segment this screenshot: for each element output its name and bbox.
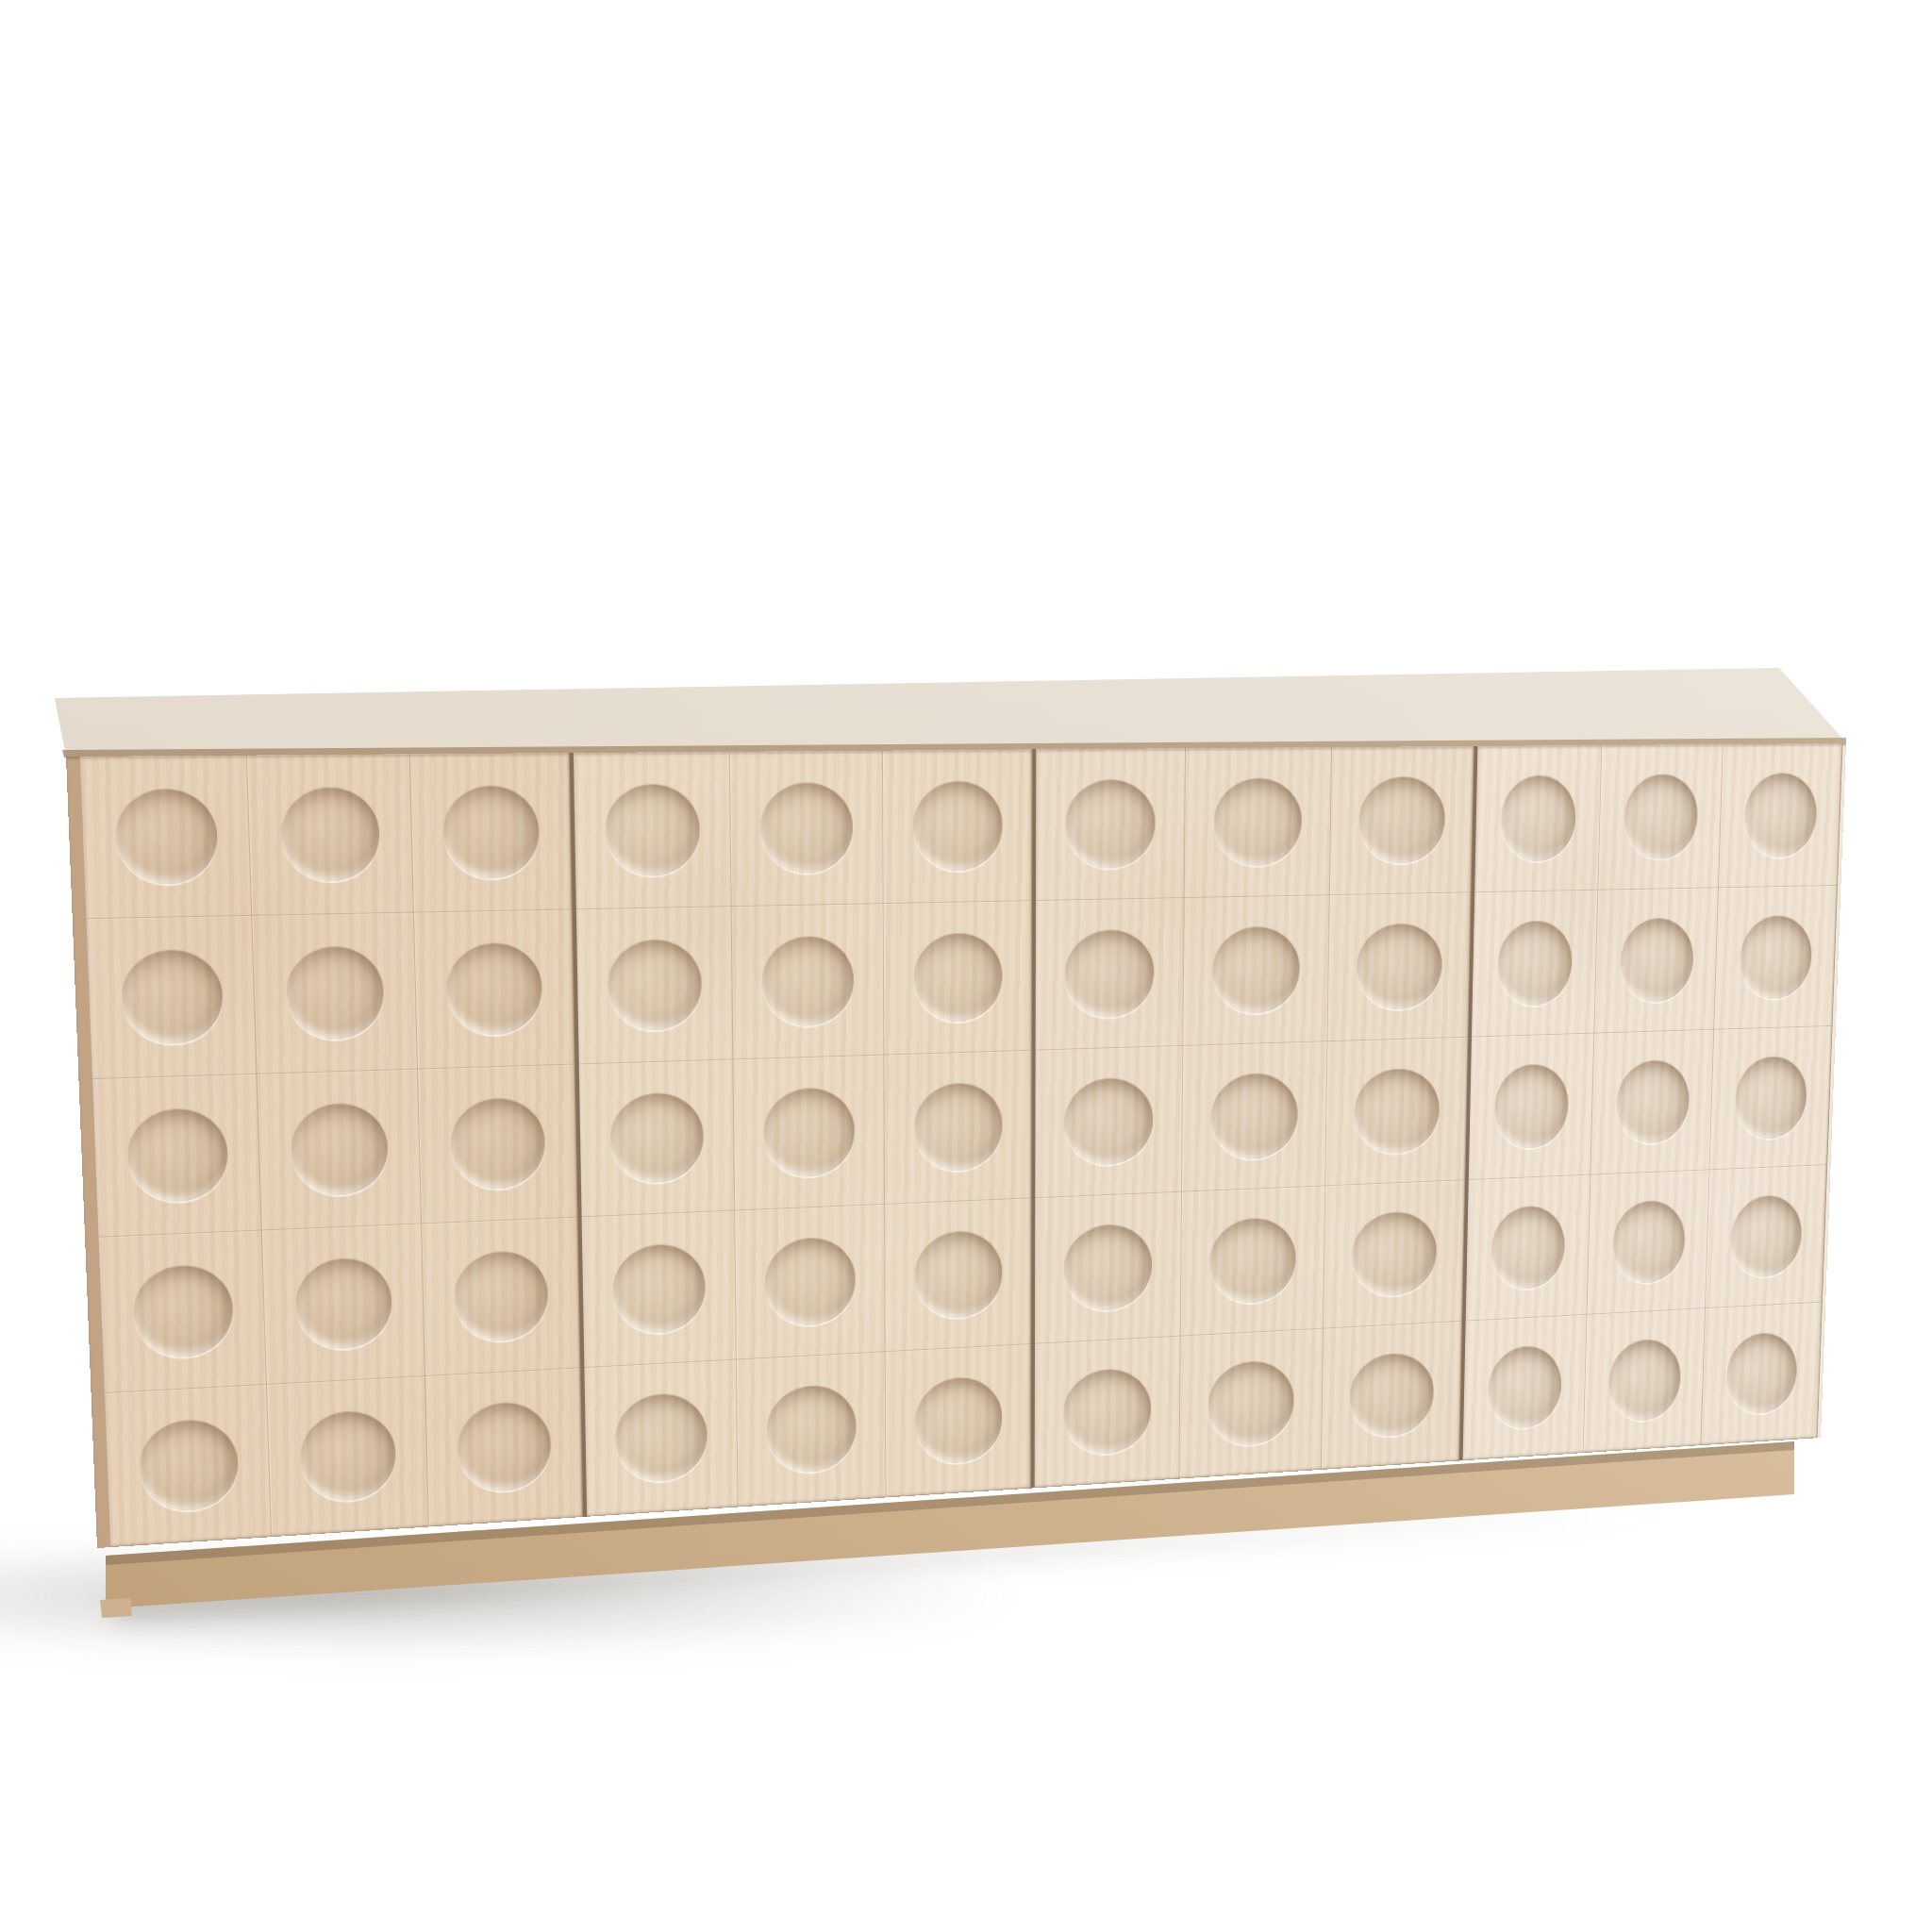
recessed-circle [1497, 921, 1573, 1006]
recessed-circle [450, 1098, 545, 1191]
recessed-circle [121, 950, 223, 1045]
panel-r5-c7 [1035, 1337, 1181, 1489]
recessed-circle [1740, 916, 1813, 1000]
panel-r2-c12 [1715, 886, 1838, 1030]
recessed-circle [913, 782, 1003, 872]
panel-r1-c11 [1598, 744, 1724, 891]
panel-r3-c6 [884, 1051, 1032, 1205]
panel-r4-c1 [99, 1230, 267, 1393]
panel-r4-c10 [1466, 1175, 1591, 1322]
recessed-circle [1744, 774, 1819, 858]
recessed-circle [1349, 1353, 1434, 1439]
panel-r2-c7 [1036, 898, 1185, 1051]
recessed-circle [765, 1237, 856, 1327]
door-3 [1031, 746, 1474, 1489]
recessed-circle [1208, 1360, 1294, 1447]
panel-r5-c1 [105, 1385, 272, 1547]
panel-r5-c3 [425, 1368, 583, 1526]
recessed-circle [764, 1088, 855, 1178]
panel-r1-c3 [410, 753, 573, 913]
recessed-circle [454, 1251, 549, 1343]
panel-r1-c4 [574, 752, 732, 910]
recessed-circle [615, 1392, 708, 1484]
recessed-circle [133, 1264, 234, 1358]
recessed-circle [1211, 1073, 1298, 1160]
recessed-circle [458, 1401, 552, 1493]
panel-r4-c6 [885, 1198, 1031, 1352]
panel-r4-c3 [422, 1217, 580, 1376]
recessed-circle [1735, 1057, 1808, 1140]
recessed-circle [762, 937, 854, 1027]
recessed-circle [1358, 777, 1445, 864]
recessed-circle [1064, 1368, 1152, 1456]
panel-r1-c8 [1184, 747, 1331, 898]
recessed-circle [1616, 1060, 1690, 1144]
panel-r5-c5 [737, 1352, 887, 1507]
panel-r2-c6 [884, 901, 1033, 1055]
panel-r2-c1 [87, 916, 258, 1079]
panel-r4-c9 [1324, 1180, 1466, 1328]
recessed-circle [1064, 1224, 1152, 1312]
panel-r1-c10 [1474, 745, 1602, 892]
recessed-circle [300, 1409, 397, 1503]
panel-r2-c3 [414, 909, 575, 1069]
recessed-circle [1608, 1339, 1682, 1423]
recessed-circle [1491, 1206, 1565, 1291]
panel-r2-c10 [1472, 891, 1598, 1038]
panel-r3-c10 [1469, 1034, 1594, 1180]
panel-r5-c4 [584, 1360, 738, 1517]
panel-r3-c9 [1325, 1038, 1469, 1187]
product-photo [0, 0, 1932, 1932]
panel-r5-c12 [1702, 1302, 1823, 1445]
recessed-circle [1624, 774, 1699, 859]
panel-r2-c5 [731, 904, 884, 1059]
panel-r5-c8 [1179, 1329, 1323, 1479]
recessed-circle [1730, 1195, 1803, 1278]
panel-r1-c9 [1329, 746, 1474, 895]
panel-r2-c4 [575, 907, 733, 1064]
recessed-circle [1354, 1069, 1440, 1156]
recessed-circle [1357, 924, 1443, 1010]
panel-r5-c6 [886, 1344, 1032, 1497]
recessed-circle [606, 785, 701, 876]
recessed-circle [1209, 1218, 1296, 1306]
recessed-circle [115, 790, 218, 885]
panel-r5-c10 [1463, 1315, 1587, 1461]
panel-r3-c11 [1591, 1030, 1714, 1175]
recessed-circle [446, 943, 542, 1036]
panel-r4-c11 [1587, 1170, 1710, 1314]
panel-r3-c1 [92, 1074, 262, 1238]
recessed-circle [139, 1419, 239, 1513]
recessed-circle [1620, 919, 1694, 1004]
panel-r1-c6 [883, 749, 1033, 904]
panel-r4-c4 [581, 1210, 736, 1368]
panel-r3-c8 [1182, 1041, 1327, 1191]
panel-r4-c8 [1180, 1186, 1324, 1336]
panel-r2-c2 [252, 913, 418, 1074]
recessed-circle [442, 786, 540, 878]
recessed-circle [1500, 776, 1576, 862]
panel-r2-c9 [1327, 892, 1472, 1041]
panel-r4-c5 [735, 1205, 886, 1360]
recessed-circle [1612, 1200, 1686, 1284]
panel-r1-c5 [730, 751, 884, 908]
panel-r1-c12 [1719, 743, 1842, 888]
panel-r4-c2 [262, 1224, 425, 1385]
panel-r3-c4 [578, 1059, 735, 1217]
recessed-circle [1065, 930, 1155, 1019]
panel-r4-c12 [1706, 1165, 1827, 1308]
panel-r1-c7 [1036, 748, 1186, 901]
recessed-circle [610, 1092, 704, 1184]
recessed-circle [761, 783, 854, 874]
panel-r5-c11 [1583, 1308, 1706, 1453]
panel-r3-c2 [257, 1070, 421, 1231]
door-4 [1459, 743, 1842, 1460]
recessed-circle [295, 1257, 393, 1351]
panel-r3-c5 [733, 1056, 885, 1211]
recessed-circle [915, 1376, 1003, 1465]
panel-r2-c8 [1183, 895, 1329, 1046]
panel-r2-c11 [1594, 888, 1719, 1033]
panel-r5-c9 [1321, 1322, 1462, 1470]
panel-r5-c2 [267, 1376, 429, 1537]
cabinet-front [66, 743, 1846, 1548]
panel-r4-c7 [1035, 1192, 1182, 1344]
recessed-circle [1488, 1345, 1562, 1430]
recessed-circle [1352, 1211, 1437, 1297]
recessed-circle [1494, 1064, 1570, 1149]
panel-r3-c3 [418, 1065, 577, 1224]
recessed-circle [286, 946, 385, 1040]
door-2 [569, 749, 1032, 1517]
recessed-circle [127, 1108, 229, 1203]
panel-r1-c2 [247, 754, 414, 916]
recessed-circle [1212, 926, 1300, 1014]
recessed-circle [767, 1384, 857, 1474]
panel-r3-c7 [1035, 1046, 1183, 1198]
recessed-circle [613, 1243, 707, 1335]
recessed-circle [1066, 780, 1156, 869]
recessed-circle [1725, 1332, 1798, 1415]
recessed-circle [608, 940, 702, 1031]
recessed-circle [914, 1230, 1002, 1320]
recessed-circle [1214, 778, 1303, 866]
door-1 [80, 753, 583, 1547]
recessed-circle [281, 788, 381, 882]
recessed-circle [1065, 1078, 1154, 1167]
recessed-circle [914, 1083, 1003, 1173]
panel-r3-c12 [1710, 1026, 1833, 1170]
panel-r1-c1 [80, 756, 252, 920]
recessed-circle [291, 1103, 390, 1196]
recessed-circle [913, 933, 1002, 1023]
